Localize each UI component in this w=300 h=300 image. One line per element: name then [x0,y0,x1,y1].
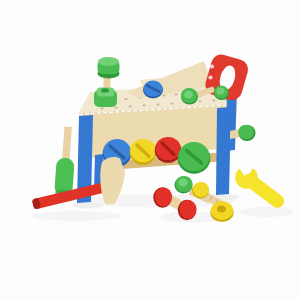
wrench-shadow [240,207,294,217]
peg-hole [142,104,145,106]
peg-hole [100,107,103,109]
leg-shadow-left [72,202,104,209]
peg-hole [170,102,173,104]
bolt-cap-top [98,57,119,66]
vise-knob [238,125,254,140]
nut-hole [217,205,226,212]
bolt-cap [179,200,196,219]
screw-cap [193,182,209,197]
peg-hole [114,106,117,108]
wrench [235,160,287,210]
wrench-handle [240,171,286,211]
screw-cap-highlight [217,88,225,95]
peg-hole [162,94,165,96]
screwdriver [54,126,77,198]
base-nut-hole [101,88,109,92]
peg-hole [156,103,159,105]
standing-bolt [94,57,120,107]
screwdriver-blade [62,126,72,161]
product-photo [0,0,300,300]
peg-hole [128,105,131,107]
peg-hole [174,93,177,95]
peg-hole [212,99,215,101]
screw-cap-highlight [184,91,193,99]
saw-rivet [210,64,214,68]
saw-rivet [208,75,212,79]
bench-leg-front-right [216,107,231,195]
bolt-cap [155,187,172,206]
peg-hole [124,98,127,100]
blue-screw-top [143,81,163,99]
yellow-nut-floor [210,201,233,222]
screw-cap-highlight [179,179,188,187]
peg-hole [198,100,201,102]
toy-workbench-scene [0,0,300,300]
hammer-shadow [32,211,120,221]
